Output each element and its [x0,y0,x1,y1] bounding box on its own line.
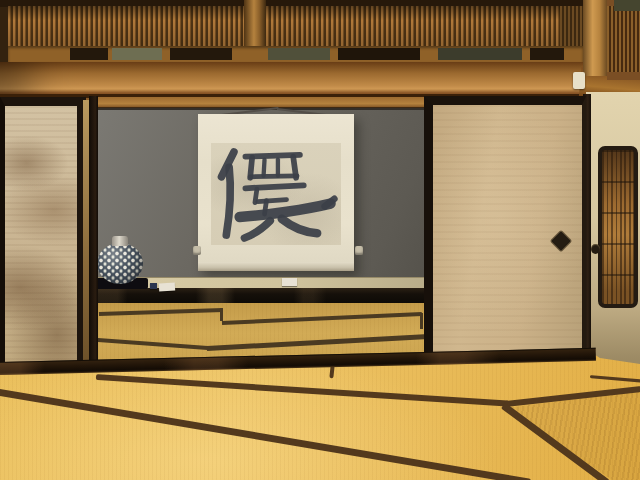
scroll-roller-knob-right [355,246,363,255]
blue-card [150,283,157,289]
scroll-calligraphy-paper [211,143,341,245]
transom-slat-shadow-strip [560,6,583,47]
transom-slat-panel-right [266,6,560,47]
scroll-roller-bar [198,262,354,271]
round-door-pull [591,244,600,254]
hanging-scroll [198,114,354,271]
opening-left-pillar [89,96,98,372]
corner-transom-slats [607,6,640,72]
slot [438,48,522,60]
corner-transom-panel [607,0,640,80]
lattice-window [598,146,638,308]
fusuma-left-paper [5,106,77,366]
transom-slot-row [8,46,583,62]
vase-label [159,283,175,292]
fusuma-door-left [0,97,86,376]
lacquered-platform-edge [98,288,424,303]
slot [112,48,162,60]
slot [70,48,108,60]
tatami-room-photo [0,0,640,480]
corner-post [583,0,607,76]
switch-plate [573,72,585,89]
slot [170,48,232,60]
tatami-seam [420,313,423,329]
ceiling-shadow-corner [614,0,640,11]
tatami-seam [220,308,223,321]
back-room-opening [98,97,424,370]
slot [338,48,420,60]
scroll-label [282,278,297,286]
patterned-vase [98,243,143,284]
slot [268,48,330,60]
transom-ranma [0,0,640,98]
scroll-roller-knob-left [193,246,201,255]
slot [530,48,564,60]
lintel-beam [0,62,583,98]
transom-slat-panel-left [8,6,244,47]
calligraphy-character [211,143,341,245]
vase-neck [112,236,128,246]
